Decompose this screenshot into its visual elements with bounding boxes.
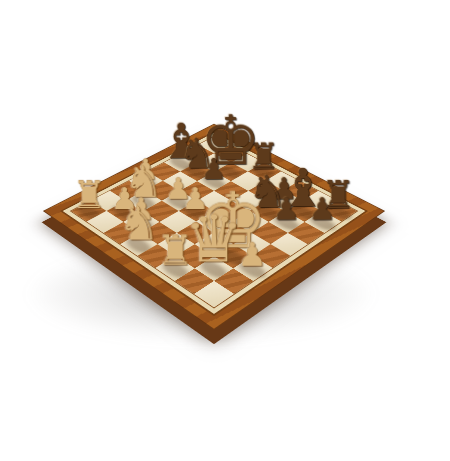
board-grid: ♜♜♚♟♝♟♝♞♟♞♟♟♟♟♞♚♟♟♟♛♜♞♜ [71, 137, 357, 308]
pawn-glyph: ♟ [273, 194, 300, 224]
chess-board: ♜♜♚♟♝♟♝♞♟♞♟♟♟♟♞♚♟♟♟♛♜♞♜ [43, 124, 385, 330]
rook-glyph: ♜ [157, 230, 194, 271]
knight-glyph: ♞ [118, 201, 159, 247]
scene: ♜♜♚♟♝♟♝♞♟♞♟♟♟♟♞♚♟♟♟♛♜♞♜ [0, 0, 450, 461]
pawn-glyph: ♟ [309, 194, 336, 224]
chess-photo-stage: ♜♜♚♟♝♟♝♞♟♞♟♟♟♟♞♚♟♟♟♛♜♞♜ [0, 0, 450, 461]
rook-glyph: ♜ [72, 176, 106, 214]
square-g6[interactable]: ♟ [268, 211, 304, 233]
